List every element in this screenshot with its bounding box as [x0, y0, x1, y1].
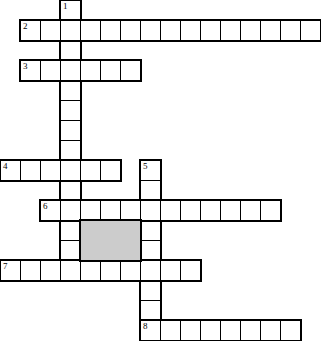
cell-r13c6[interactable]: [120, 260, 141, 281]
cell-r3c3[interactable]: [60, 60, 81, 81]
cell-r13c0[interactable]: 7: [0, 260, 21, 281]
cell-r12c7[interactable]: [140, 240, 161, 261]
cell-r16c9[interactable]: [180, 320, 201, 341]
cell-r10c11[interactable]: [220, 200, 241, 221]
cell-r10c9[interactable]: [180, 200, 201, 221]
cell-r1c2[interactable]: [40, 20, 61, 41]
cell-r16c11[interactable]: [220, 320, 241, 341]
cell-r8c4[interactable]: [80, 160, 101, 181]
cell-r3c1[interactable]: 3: [20, 60, 41, 81]
cell-r1c11[interactable]: [220, 20, 241, 41]
cell-r1c9[interactable]: [180, 20, 201, 41]
cell-r11c3[interactable]: [60, 220, 81, 241]
cell-r13c7[interactable]: [140, 260, 161, 281]
cell-r8c5[interactable]: [100, 160, 121, 181]
cell-r6c3[interactable]: [60, 120, 81, 141]
word-8-across: 8: [140, 320, 301, 341]
clue-number-4: 4: [3, 162, 8, 171]
cell-r10c8[interactable]: [160, 200, 181, 221]
cell-r1c12[interactable]: [240, 20, 261, 41]
cell-r10c4[interactable]: [80, 200, 101, 221]
word-6-across: 6: [40, 200, 281, 221]
clue-number-8: 8: [143, 322, 148, 331]
cell-r13c8[interactable]: [160, 260, 181, 281]
cell-r1c6[interactable]: [120, 20, 141, 41]
cell-r13c5[interactable]: [100, 260, 121, 281]
cell-r1c5[interactable]: [100, 20, 121, 41]
crossword-board: 12345678: [0, 0, 321, 341]
cell-r1c4[interactable]: [80, 20, 101, 41]
cell-r1c3[interactable]: [60, 20, 81, 41]
cell-r1c13[interactable]: [260, 20, 281, 41]
cell-r13c3[interactable]: [60, 260, 81, 281]
cell-r16c8[interactable]: [160, 320, 181, 341]
clue-number-6: 6: [43, 202, 48, 211]
cell-r13c4[interactable]: [80, 260, 101, 281]
cell-r8c0[interactable]: 4: [0, 160, 21, 181]
cell-r13c1[interactable]: [20, 260, 41, 281]
cell-r13c2[interactable]: [40, 260, 61, 281]
cell-r16c14[interactable]: [280, 320, 301, 341]
cell-r0c3[interactable]: 1: [60, 0, 81, 21]
cell-r1c8[interactable]: [160, 20, 181, 41]
cell-r9c3[interactable]: [60, 180, 81, 201]
cell-r1c7[interactable]: [140, 20, 161, 41]
cell-r3c6[interactable]: [120, 60, 141, 81]
cell-r8c7[interactable]: 5: [140, 160, 161, 181]
cell-r8c3[interactable]: [60, 160, 81, 181]
cell-r15c7[interactable]: [140, 300, 161, 321]
cell-r5c3[interactable]: [60, 100, 81, 121]
cell-r3c5[interactable]: [100, 60, 121, 81]
cell-r16c13[interactable]: [260, 320, 281, 341]
cell-r8c1[interactable]: [20, 160, 41, 181]
image-placeholder-block: [80, 220, 141, 261]
cell-r10c10[interactable]: [200, 200, 221, 221]
cell-r10c12[interactable]: [240, 200, 261, 221]
word-4-across: 4: [0, 160, 121, 181]
cell-r10c2[interactable]: 6: [40, 200, 61, 221]
word-2-across: 2: [20, 20, 321, 41]
cell-r2c3[interactable]: [60, 40, 81, 61]
cell-r7c3[interactable]: [60, 140, 81, 161]
cell-r12c3[interactable]: [60, 240, 81, 261]
cell-r16c12[interactable]: [240, 320, 261, 341]
word-3-across: 3: [20, 60, 141, 81]
cell-r14c7[interactable]: [140, 280, 161, 301]
cell-r3c4[interactable]: [80, 60, 101, 81]
cell-r1c14[interactable]: [280, 20, 301, 41]
cell-r10c13[interactable]: [260, 200, 281, 221]
cell-r10c7[interactable]: [140, 200, 161, 221]
word-5-down: 5: [140, 160, 161, 341]
clue-number-3: 3: [23, 62, 28, 71]
word-7-across: 7: [0, 260, 201, 281]
cell-r13c9[interactable]: [180, 260, 201, 281]
clue-number-5: 5: [143, 162, 148, 171]
cell-r16c7[interactable]: 8: [140, 320, 161, 341]
clue-number-7: 7: [3, 262, 8, 271]
cell-r4c3[interactable]: [60, 80, 81, 101]
cell-r1c10[interactable]: [200, 20, 221, 41]
cell-r1c1[interactable]: 2: [20, 20, 41, 41]
cell-r3c2[interactable]: [40, 60, 61, 81]
cell-r9c7[interactable]: [140, 180, 161, 201]
cell-r1c15[interactable]: [300, 20, 321, 41]
clue-number-2: 2: [23, 22, 28, 31]
cell-r8c2[interactable]: [40, 160, 61, 181]
cell-r10c5[interactable]: [100, 200, 121, 221]
clue-number-1: 1: [63, 2, 68, 11]
cell-r16c10[interactable]: [200, 320, 221, 341]
word-1-down: 1: [60, 0, 81, 281]
cell-r10c6[interactable]: [120, 200, 141, 221]
cell-r10c3[interactable]: [60, 200, 81, 221]
cell-r11c7[interactable]: [140, 220, 161, 241]
